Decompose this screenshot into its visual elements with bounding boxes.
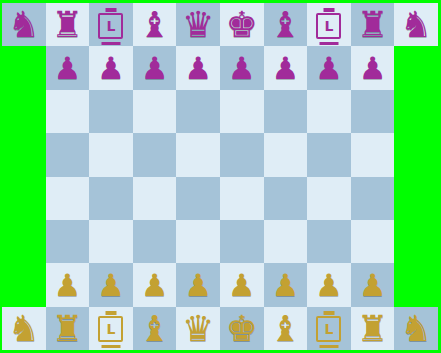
square-f4[interactable] xyxy=(220,177,264,220)
piece-gold-knight[interactable]: ♞ xyxy=(400,307,432,350)
square-g1[interactable]: ♝ xyxy=(264,307,308,350)
square-i7[interactable]: ♟ xyxy=(351,46,395,89)
piece-gold-bishop[interactable]: ♝ xyxy=(269,307,301,350)
piece-gold-lance[interactable]: L xyxy=(98,316,123,342)
square-e1[interactable]: ♛ xyxy=(176,307,220,350)
square-f5[interactable] xyxy=(220,133,264,176)
nonexistent-square-a5 xyxy=(2,133,46,176)
square-d8[interactable]: ♝ xyxy=(133,3,177,46)
piece-gold-pawn[interactable]: ♟ xyxy=(315,264,343,307)
piece-purple-pawn[interactable]: ♟ xyxy=(359,47,387,90)
square-e7[interactable]: ♟ xyxy=(176,46,220,89)
piece-purple-king[interactable]: ♚ xyxy=(226,3,258,46)
nonexistent-square-a4 xyxy=(2,177,46,220)
square-b8[interactable]: ♜ xyxy=(46,3,90,46)
piece-gold-king[interactable]: ♚ xyxy=(226,307,258,350)
piece-purple-pawn[interactable]: ♟ xyxy=(315,47,343,90)
square-h6[interactable] xyxy=(307,90,351,133)
square-j1[interactable]: ♞ xyxy=(394,307,438,350)
piece-gold-pawn[interactable]: ♟ xyxy=(271,264,299,307)
square-g5[interactable] xyxy=(264,133,308,176)
piece-purple-pawn[interactable]: ♟ xyxy=(141,47,169,90)
square-g8[interactable]: ♝ xyxy=(264,3,308,46)
square-h4[interactable] xyxy=(307,177,351,220)
piece-gold-pawn[interactable]: ♟ xyxy=(141,264,169,307)
nonexistent-square-j6 xyxy=(394,90,438,133)
square-i8[interactable]: ♜ xyxy=(351,3,395,46)
square-h1[interactable]: L xyxy=(307,307,351,350)
square-c7[interactable]: ♟ xyxy=(89,46,133,89)
piece-purple-lance[interactable]: L xyxy=(316,13,341,39)
square-c8[interactable]: L xyxy=(89,3,133,46)
chess-board: ♞♜L♝♛♚♝L♜♞♟♟♟♟♟♟♟♟♟♟♟♟♟♟♟♟♞♜L♝♛♚♝L♜♞ xyxy=(2,3,438,350)
square-e4[interactable] xyxy=(176,177,220,220)
piece-gold-pawn[interactable]: ♟ xyxy=(228,264,256,307)
square-a1[interactable]: ♞ xyxy=(2,307,46,350)
square-d5[interactable] xyxy=(133,133,177,176)
square-c6[interactable] xyxy=(89,90,133,133)
square-h2[interactable]: ♟ xyxy=(307,263,351,306)
piece-purple-knight[interactable]: ♞ xyxy=(400,3,432,46)
square-f6[interactable] xyxy=(220,90,264,133)
piece-purple-bishop[interactable]: ♝ xyxy=(269,3,301,46)
square-d1[interactable]: ♝ xyxy=(133,307,177,350)
square-d4[interactable] xyxy=(133,177,177,220)
square-i4[interactable] xyxy=(351,177,395,220)
square-a8[interactable]: ♞ xyxy=(2,3,46,46)
square-f2[interactable]: ♟ xyxy=(220,263,264,306)
square-b7[interactable]: ♟ xyxy=(46,46,90,89)
square-d6[interactable] xyxy=(133,90,177,133)
piece-purple-rook[interactable]: ♜ xyxy=(51,3,83,46)
square-h8[interactable]: L xyxy=(307,3,351,46)
piece-purple-lance[interactable]: L xyxy=(98,13,123,39)
piece-gold-pawn[interactable]: ♟ xyxy=(53,264,81,307)
piece-gold-rook[interactable]: ♜ xyxy=(51,307,83,350)
square-d3[interactable] xyxy=(133,220,177,263)
square-i1[interactable]: ♜ xyxy=(351,307,395,350)
square-h5[interactable] xyxy=(307,133,351,176)
square-c3[interactable] xyxy=(89,220,133,263)
piece-gold-queen[interactable]: ♛ xyxy=(182,307,214,350)
square-j8[interactable]: ♞ xyxy=(394,3,438,46)
square-e3[interactable] xyxy=(176,220,220,263)
piece-gold-bishop[interactable]: ♝ xyxy=(138,307,170,350)
nonexistent-square-a6 xyxy=(2,90,46,133)
piece-purple-rook[interactable]: ♜ xyxy=(356,3,388,46)
square-g4[interactable] xyxy=(264,177,308,220)
nonexistent-square-j4 xyxy=(394,177,438,220)
square-h3[interactable] xyxy=(307,220,351,263)
nonexistent-square-j2 xyxy=(394,263,438,306)
game-background: ♞♜L♝♛♚♝L♜♞♟♟♟♟♟♟♟♟♟♟♟♟♟♟♟♟♞♜L♝♛♚♝L♜♞ xyxy=(0,0,441,353)
square-e6[interactable] xyxy=(176,90,220,133)
nonexistent-square-j5 xyxy=(394,133,438,176)
square-b6[interactable] xyxy=(46,90,90,133)
piece-purple-pawn[interactable]: ♟ xyxy=(184,47,212,90)
square-d7[interactable]: ♟ xyxy=(133,46,177,89)
square-i3[interactable] xyxy=(351,220,395,263)
square-g7[interactable]: ♟ xyxy=(264,46,308,89)
nonexistent-square-j3 xyxy=(394,220,438,263)
square-c1[interactable]: L xyxy=(89,307,133,350)
nonexistent-square-j7 xyxy=(394,46,438,89)
square-b5[interactable] xyxy=(46,133,90,176)
square-g6[interactable] xyxy=(264,90,308,133)
nonexistent-square-a3 xyxy=(2,220,46,263)
square-h7[interactable]: ♟ xyxy=(307,46,351,89)
piece-purple-pawn[interactable]: ♟ xyxy=(228,47,256,90)
square-c5[interactable] xyxy=(89,133,133,176)
piece-gold-rook[interactable]: ♜ xyxy=(356,307,388,350)
square-e2[interactable]: ♟ xyxy=(176,263,220,306)
square-f7[interactable]: ♟ xyxy=(220,46,264,89)
piece-gold-knight[interactable]: ♞ xyxy=(8,307,40,350)
square-i5[interactable] xyxy=(351,133,395,176)
square-f8[interactable]: ♚ xyxy=(220,3,264,46)
square-f1[interactable]: ♚ xyxy=(220,307,264,350)
piece-purple-pawn[interactable]: ♟ xyxy=(271,47,299,90)
square-i2[interactable]: ♟ xyxy=(351,263,395,306)
piece-gold-lance[interactable]: L xyxy=(316,316,341,342)
square-i6[interactable] xyxy=(351,90,395,133)
square-b1[interactable]: ♜ xyxy=(46,307,90,350)
square-g2[interactable]: ♟ xyxy=(264,263,308,306)
square-b2[interactable]: ♟ xyxy=(46,263,90,306)
nonexistent-square-a7 xyxy=(2,46,46,89)
piece-gold-pawn[interactable]: ♟ xyxy=(97,264,125,307)
square-g3[interactable] xyxy=(264,220,308,263)
piece-purple-pawn[interactable]: ♟ xyxy=(53,47,81,90)
piece-gold-pawn[interactable]: ♟ xyxy=(184,264,212,307)
piece-gold-pawn[interactable]: ♟ xyxy=(359,264,387,307)
square-c4[interactable] xyxy=(89,177,133,220)
square-b4[interactable] xyxy=(46,177,90,220)
square-b3[interactable] xyxy=(46,220,90,263)
piece-purple-queen[interactable]: ♛ xyxy=(182,3,214,46)
square-c2[interactable]: ♟ xyxy=(89,263,133,306)
piece-purple-pawn[interactable]: ♟ xyxy=(97,47,125,90)
square-e8[interactable]: ♛ xyxy=(176,3,220,46)
square-f3[interactable] xyxy=(220,220,264,263)
square-d2[interactable]: ♟ xyxy=(133,263,177,306)
square-e5[interactable] xyxy=(176,133,220,176)
nonexistent-square-a2 xyxy=(2,263,46,306)
piece-purple-bishop[interactable]: ♝ xyxy=(138,3,170,46)
piece-purple-knight[interactable]: ♞ xyxy=(8,3,40,46)
